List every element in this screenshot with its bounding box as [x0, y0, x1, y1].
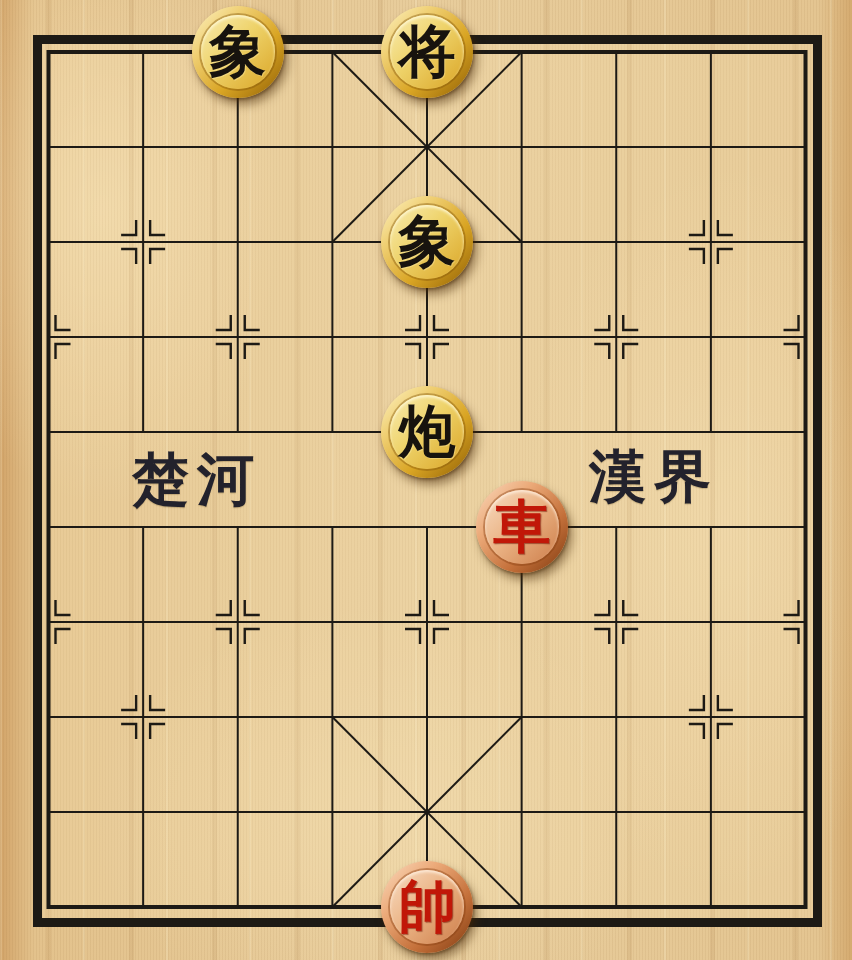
piece-face: 象	[201, 15, 275, 89]
piece-face: 将	[390, 15, 464, 89]
pieces-layer: 象将象炮車帥	[0, 0, 852, 960]
piece-red-general[interactable]: 帥	[381, 861, 473, 953]
piece-glyph: 象	[209, 22, 266, 79]
piece-glyph: 象	[399, 212, 456, 269]
piece-black-cannon[interactable]: 炮	[381, 386, 473, 478]
piece-black-elephant-2[interactable]: 象	[381, 196, 473, 288]
piece-glyph: 帥	[399, 877, 456, 934]
piece-red-chariot[interactable]: 車	[476, 481, 568, 573]
piece-glyph: 車	[493, 497, 550, 554]
piece-black-elephant-1[interactable]: 象	[192, 6, 284, 98]
wood-background: 楚河 漢界 象将象炮車帥	[0, 0, 852, 960]
piece-face: 象	[390, 205, 464, 279]
piece-face: 帥	[390, 870, 464, 944]
piece-glyph: 将	[399, 22, 456, 79]
piece-face: 車	[485, 490, 559, 564]
piece-black-general[interactable]: 将	[381, 6, 473, 98]
piece-glyph: 炮	[399, 402, 456, 459]
piece-face: 炮	[390, 395, 464, 469]
